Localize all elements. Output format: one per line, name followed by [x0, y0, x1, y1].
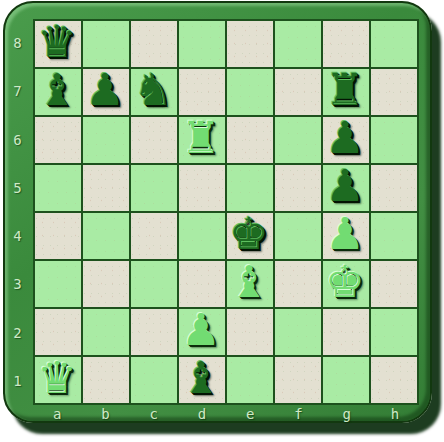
black-king-e4[interactable]: ♚	[229, 211, 268, 257]
chess-app: 87654321 abcdefgh ♛♝♟♞♜♜♟♟♚♟♝♚♟♛♝	[0, 0, 444, 442]
square-d3[interactable]	[179, 261, 225, 307]
square-e3[interactable]: ♝	[227, 261, 273, 307]
square-b7[interactable]: ♟	[83, 69, 129, 115]
file-label-g: g	[323, 405, 371, 422]
rank-label-8: 8	[3, 19, 32, 67]
square-b4[interactable]	[83, 213, 129, 259]
square-b2[interactable]	[83, 309, 129, 355]
square-c1[interactable]	[131, 357, 177, 403]
square-h2[interactable]	[371, 309, 417, 355]
square-h3[interactable]	[371, 261, 417, 307]
black-bishop-a7[interactable]: ♝	[37, 67, 76, 113]
rank-label-1: 1	[3, 357, 32, 405]
square-f4[interactable]	[275, 213, 321, 259]
square-f6[interactable]	[275, 117, 321, 163]
rank-labels: 87654321	[3, 19, 32, 405]
file-label-f: f	[274, 405, 322, 422]
black-bishop-d1[interactable]: ♝	[181, 355, 220, 401]
square-a6[interactable]	[35, 117, 81, 163]
square-g2[interactable]	[323, 309, 369, 355]
square-e7[interactable]	[227, 69, 273, 115]
file-label-c: c	[130, 405, 178, 422]
square-e5[interactable]	[227, 165, 273, 211]
white-queen-a1[interactable]: ♛	[37, 355, 76, 401]
rank-label-6: 6	[3, 116, 32, 164]
square-g3[interactable]: ♚	[323, 261, 369, 307]
square-h6[interactable]	[371, 117, 417, 163]
square-a1[interactable]: ♛	[35, 357, 81, 403]
black-queen-a8[interactable]: ♛	[37, 19, 76, 65]
file-label-b: b	[81, 405, 129, 422]
black-pawn-g6[interactable]: ♟	[325, 115, 364, 161]
square-a5[interactable]	[35, 165, 81, 211]
rank-label-7: 7	[3, 67, 32, 115]
square-c5[interactable]	[131, 165, 177, 211]
square-g4[interactable]: ♟	[323, 213, 369, 259]
file-label-d: d	[178, 405, 226, 422]
square-f3[interactable]	[275, 261, 321, 307]
square-d4[interactable]	[179, 213, 225, 259]
square-d7[interactable]	[179, 69, 225, 115]
square-d1[interactable]: ♝	[179, 357, 225, 403]
square-g5[interactable]: ♟	[323, 165, 369, 211]
file-labels: abcdefgh	[33, 405, 419, 422]
black-pawn-b7[interactable]: ♟	[85, 67, 124, 113]
square-f7[interactable]	[275, 69, 321, 115]
square-a4[interactable]	[35, 213, 81, 259]
square-h8[interactable]	[371, 21, 417, 67]
square-h5[interactable]	[371, 165, 417, 211]
rank-label-4: 4	[3, 212, 32, 260]
square-b1[interactable]	[83, 357, 129, 403]
square-f2[interactable]	[275, 309, 321, 355]
square-a3[interactable]	[35, 261, 81, 307]
square-e1[interactable]	[227, 357, 273, 403]
square-h1[interactable]	[371, 357, 417, 403]
square-b6[interactable]	[83, 117, 129, 163]
white-bishop-e3[interactable]: ♝	[229, 259, 268, 305]
square-e6[interactable]	[227, 117, 273, 163]
square-e2[interactable]	[227, 309, 273, 355]
white-pawn-g4[interactable]: ♟	[325, 211, 364, 257]
chess-board: ♛♝♟♞♜♜♟♟♚♟♝♚♟♛♝	[33, 19, 419, 405]
square-g8[interactable]	[323, 21, 369, 67]
white-pawn-d2[interactable]: ♟	[181, 307, 220, 353]
square-f1[interactable]	[275, 357, 321, 403]
black-rook-g7[interactable]: ♜	[325, 67, 364, 113]
square-e8[interactable]	[227, 21, 273, 67]
square-d8[interactable]	[179, 21, 225, 67]
square-h7[interactable]	[371, 69, 417, 115]
square-a7[interactable]: ♝	[35, 69, 81, 115]
file-label-a: a	[33, 405, 81, 422]
rank-label-2: 2	[3, 309, 32, 357]
file-label-e: e	[226, 405, 274, 422]
file-label-h: h	[371, 405, 419, 422]
square-g6[interactable]: ♟	[323, 117, 369, 163]
square-b3[interactable]	[83, 261, 129, 307]
square-c6[interactable]	[131, 117, 177, 163]
rank-label-5: 5	[3, 164, 32, 212]
white-king-g3[interactable]: ♚	[325, 259, 364, 305]
square-c8[interactable]	[131, 21, 177, 67]
square-b8[interactable]	[83, 21, 129, 67]
square-f8[interactable]	[275, 21, 321, 67]
black-knight-c7[interactable]: ♞	[133, 67, 172, 113]
white-rook-d6[interactable]: ♜	[181, 115, 220, 161]
square-f5[interactable]	[275, 165, 321, 211]
square-g1[interactable]	[323, 357, 369, 403]
square-a2[interactable]	[35, 309, 81, 355]
rank-label-3: 3	[3, 260, 32, 308]
square-c7[interactable]: ♞	[131, 69, 177, 115]
square-c3[interactable]	[131, 261, 177, 307]
square-a8[interactable]: ♛	[35, 21, 81, 67]
square-c2[interactable]	[131, 309, 177, 355]
square-g7[interactable]: ♜	[323, 69, 369, 115]
square-d5[interactable]	[179, 165, 225, 211]
black-pawn-g5[interactable]: ♟	[325, 163, 364, 209]
square-e4[interactable]: ♚	[227, 213, 273, 259]
square-b5[interactable]	[83, 165, 129, 211]
square-c4[interactable]	[131, 213, 177, 259]
square-d2[interactable]: ♟	[179, 309, 225, 355]
square-d6[interactable]: ♜	[179, 117, 225, 163]
square-h4[interactable]	[371, 213, 417, 259]
